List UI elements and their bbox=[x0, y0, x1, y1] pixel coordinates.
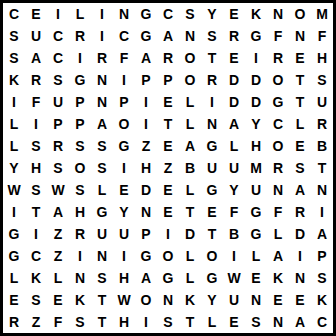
grid-cell[interactable]: T bbox=[25, 201, 47, 223]
grid-cell[interactable]: L bbox=[267, 223, 289, 245]
grid-cell[interactable]: S bbox=[289, 157, 311, 179]
grid-cell[interactable]: N bbox=[157, 289, 179, 311]
grid-cell[interactable]: Z bbox=[47, 223, 69, 245]
grid-cell[interactable]: D bbox=[289, 223, 311, 245]
grid-cell[interactable]: H bbox=[311, 47, 333, 69]
grid-cell[interactable]: S bbox=[311, 69, 333, 91]
grid-cell[interactable]: S bbox=[91, 157, 113, 179]
grid-cell[interactable]: R bbox=[91, 47, 113, 69]
grid-cell[interactable]: S bbox=[25, 289, 47, 311]
grid-cell[interactable]: O bbox=[267, 135, 289, 157]
grid-cell[interactable]: C bbox=[311, 311, 333, 333]
grid-cell[interactable]: S bbox=[311, 267, 333, 289]
grid-cell[interactable]: R bbox=[311, 113, 333, 135]
grid-cell[interactable]: I bbox=[135, 113, 157, 135]
grid-cell[interactable]: A bbox=[223, 113, 245, 135]
grid-cell[interactable]: D bbox=[245, 69, 267, 91]
grid-cell[interactable]: R bbox=[69, 25, 91, 47]
grid-cell[interactable]: L bbox=[47, 267, 69, 289]
grid-cell[interactable]: G bbox=[245, 223, 267, 245]
grid-cell[interactable]: T bbox=[201, 223, 223, 245]
grid-cell[interactable]: M bbox=[245, 157, 267, 179]
grid-cell[interactable]: R bbox=[267, 157, 289, 179]
grid-cell[interactable]: H bbox=[113, 311, 135, 333]
grid-cell[interactable]: W bbox=[47, 179, 69, 201]
grid-cell[interactable]: W bbox=[3, 179, 25, 201]
grid-cell[interactable]: H bbox=[135, 157, 157, 179]
grid-cell[interactable]: G bbox=[267, 91, 289, 113]
grid-cell[interactable]: A bbox=[157, 25, 179, 47]
grid-cell[interactable]: T bbox=[91, 289, 113, 311]
grid-cell[interactable]: R bbox=[289, 201, 311, 223]
grid-cell[interactable]: B bbox=[179, 157, 201, 179]
grid-cell[interactable]: S bbox=[47, 69, 69, 91]
grid-cell[interactable]: C bbox=[157, 3, 179, 25]
grid-cell[interactable]: E bbox=[223, 3, 245, 25]
grid-cell[interactable]: W bbox=[113, 289, 135, 311]
grid-cell[interactable]: A bbox=[135, 267, 157, 289]
grid-cell[interactable]: U bbox=[25, 25, 47, 47]
grid-cell[interactable]: E bbox=[47, 289, 69, 311]
grid-cell[interactable]: G bbox=[201, 179, 223, 201]
grid-cell[interactable]: O bbox=[113, 113, 135, 135]
grid-cell[interactable]: F bbox=[311, 25, 333, 47]
grid-cell[interactable]: N bbox=[267, 3, 289, 25]
grid-cell[interactable]: C bbox=[267, 113, 289, 135]
grid-cell[interactable]: F bbox=[113, 47, 135, 69]
grid-cell[interactable]: D bbox=[245, 91, 267, 113]
grid-cell[interactable]: A bbox=[289, 179, 311, 201]
grid-cell[interactable]: I bbox=[135, 91, 157, 113]
grid-cell[interactable]: T bbox=[91, 311, 113, 333]
grid-cell[interactable]: O bbox=[135, 289, 157, 311]
grid-cell[interactable]: I bbox=[3, 201, 25, 223]
grid-cell[interactable]: I bbox=[113, 69, 135, 91]
grid-cell[interactable]: I bbox=[223, 245, 245, 267]
grid-cell[interactable]: S bbox=[25, 135, 47, 157]
grid-cell[interactable]: O bbox=[179, 47, 201, 69]
grid-cell[interactable]: N bbox=[91, 91, 113, 113]
grid-cell[interactable]: R bbox=[69, 223, 91, 245]
grid-cell[interactable]: G bbox=[245, 25, 267, 47]
grid-cell[interactable]: N bbox=[267, 179, 289, 201]
grid-cell[interactable]: D bbox=[179, 223, 201, 245]
grid-cell[interactable]: A bbox=[289, 311, 311, 333]
grid-cell[interactable]: B bbox=[223, 223, 245, 245]
grid-cell[interactable]: T bbox=[157, 113, 179, 135]
grid-cell[interactable]: I bbox=[289, 245, 311, 267]
grid-cell[interactable]: I bbox=[113, 157, 135, 179]
grid-cell[interactable]: T bbox=[289, 91, 311, 113]
grid-cell[interactable]: E bbox=[223, 47, 245, 69]
grid-cell[interactable]: C bbox=[25, 245, 47, 267]
grid-cell[interactable]: A bbox=[267, 245, 289, 267]
grid-cell[interactable]: W bbox=[223, 267, 245, 289]
grid-cell[interactable]: S bbox=[69, 311, 91, 333]
grid-cell[interactable]: K bbox=[179, 289, 201, 311]
grid-cell[interactable]: U bbox=[223, 289, 245, 311]
grid-cell[interactable]: A bbox=[135, 47, 157, 69]
grid-cell[interactable]: S bbox=[47, 157, 69, 179]
grid-cell[interactable]: S bbox=[69, 179, 91, 201]
grid-cell[interactable]: L bbox=[179, 113, 201, 135]
grid-cell[interactable]: F bbox=[223, 201, 245, 223]
grid-cell[interactable]: G bbox=[245, 201, 267, 223]
grid-cell[interactable]: U bbox=[113, 223, 135, 245]
grid-cell[interactable]: I bbox=[135, 311, 157, 333]
grid-cell[interactable]: O bbox=[69, 157, 91, 179]
grid-cell[interactable]: K bbox=[69, 289, 91, 311]
grid-cell[interactable]: G bbox=[69, 69, 91, 91]
grid-cell[interactable]: N bbox=[69, 267, 91, 289]
grid-cell[interactable]: E bbox=[157, 179, 179, 201]
grid-cell[interactable]: G bbox=[113, 135, 135, 157]
grid-cell[interactable]: C bbox=[47, 25, 69, 47]
grid-cell[interactable]: L bbox=[289, 113, 311, 135]
grid-cell[interactable]: K bbox=[3, 69, 25, 91]
grid-cell[interactable]: S bbox=[3, 25, 25, 47]
grid-cell[interactable]: P bbox=[157, 69, 179, 91]
grid-cell[interactable]: E bbox=[289, 135, 311, 157]
grid-cell[interactable]: Y bbox=[3, 157, 25, 179]
grid-cell[interactable]: N bbox=[179, 25, 201, 47]
grid-cell[interactable]: C bbox=[3, 3, 25, 25]
grid-cell[interactable]: S bbox=[25, 179, 47, 201]
grid-cell[interactable]: N bbox=[289, 267, 311, 289]
grid-cell[interactable]: P bbox=[69, 91, 91, 113]
grid-cell[interactable]: T bbox=[179, 201, 201, 223]
grid-cell[interactable]: Z bbox=[157, 157, 179, 179]
grid-cell[interactable]: P bbox=[311, 245, 333, 267]
grid-cell[interactable]: P bbox=[113, 91, 135, 113]
grid-cell[interactable]: L bbox=[179, 91, 201, 113]
grid-cell[interactable]: S bbox=[201, 25, 223, 47]
grid-cell[interactable]: G bbox=[135, 3, 157, 25]
word-search-board: CEILINGCSYEKNOMSUCRICGANSRGFNFSACIRFAROT… bbox=[0, 0, 336, 336]
grid-cell[interactable]: M bbox=[311, 3, 333, 25]
grid-cell[interactable]: A bbox=[91, 113, 113, 135]
grid-cell[interactable]: I bbox=[91, 3, 113, 25]
grid-cell[interactable]: H bbox=[245, 135, 267, 157]
grid-cell[interactable]: O bbox=[157, 245, 179, 267]
grid-cell[interactable]: L bbox=[3, 113, 25, 135]
grid-cell[interactable]: O bbox=[289, 3, 311, 25]
grid-cell[interactable]: S bbox=[69, 135, 91, 157]
grid-cell[interactable]: E bbox=[157, 135, 179, 157]
grid-cell[interactable]: I bbox=[3, 91, 25, 113]
grid-cell[interactable]: U bbox=[245, 179, 267, 201]
grid-cell[interactable]: I bbox=[69, 245, 91, 267]
grid-cell[interactable]: G bbox=[157, 267, 179, 289]
grid-cell[interactable]: S bbox=[179, 3, 201, 25]
grid-cell[interactable]: N bbox=[267, 311, 289, 333]
grid-cell[interactable]: E bbox=[201, 201, 223, 223]
grid-cell[interactable]: H bbox=[113, 267, 135, 289]
letter-grid: CEILINGCSYEKNOMSUCRICGANSRGFNFSACIRFAROT… bbox=[3, 3, 333, 333]
grid-cell[interactable]: U bbox=[91, 223, 113, 245]
grid-cell[interactable]: S bbox=[91, 135, 113, 157]
grid-cell[interactable]: U bbox=[47, 91, 69, 113]
grid-cell[interactable]: F bbox=[267, 25, 289, 47]
grid-cell[interactable]: R bbox=[267, 47, 289, 69]
grid-cell[interactable]: E bbox=[113, 179, 135, 201]
grid-cell[interactable]: K bbox=[245, 3, 267, 25]
grid-cell[interactable]: I bbox=[69, 47, 91, 69]
grid-cell[interactable]: Y bbox=[113, 201, 135, 223]
grid-cell[interactable]: D bbox=[223, 91, 245, 113]
grid-cell[interactable]: Y bbox=[245, 113, 267, 135]
grid-cell[interactable]: G bbox=[3, 223, 25, 245]
grid-cell[interactable]: I bbox=[47, 3, 69, 25]
grid-cell[interactable]: I bbox=[113, 245, 135, 267]
grid-cell[interactable]: Z bbox=[47, 245, 69, 267]
grid-cell[interactable]: T bbox=[179, 311, 201, 333]
grid-cell[interactable]: L bbox=[223, 135, 245, 157]
grid-cell[interactable]: R bbox=[223, 25, 245, 47]
grid-cell[interactable]: I bbox=[157, 223, 179, 245]
grid-cell[interactable]: Y bbox=[201, 3, 223, 25]
grid-cell[interactable]: C bbox=[113, 25, 135, 47]
grid-cell[interactable]: N bbox=[135, 201, 157, 223]
grid-cell[interactable]: C bbox=[47, 47, 69, 69]
grid-cell[interactable]: I bbox=[311, 201, 333, 223]
grid-cell[interactable]: H bbox=[25, 157, 47, 179]
grid-cell[interactable]: I bbox=[91, 25, 113, 47]
grid-cell[interactable]: A bbox=[47, 201, 69, 223]
grid-cell[interactable]: D bbox=[223, 69, 245, 91]
grid-cell[interactable]: I bbox=[201, 91, 223, 113]
grid-cell[interactable]: A bbox=[179, 135, 201, 157]
grid-cell[interactable]: A bbox=[25, 47, 47, 69]
grid-cell[interactable]: Y bbox=[223, 179, 245, 201]
grid-cell[interactable]: U bbox=[223, 157, 245, 179]
grid-cell[interactable]: E bbox=[267, 289, 289, 311]
grid-cell[interactable]: S bbox=[245, 311, 267, 333]
grid-cell[interactable]: K bbox=[267, 267, 289, 289]
grid-cell[interactable]: S bbox=[91, 267, 113, 289]
grid-cell[interactable]: F bbox=[25, 91, 47, 113]
grid-cell[interactable]: L bbox=[201, 311, 223, 333]
grid-cell[interactable]: L bbox=[91, 179, 113, 201]
grid-cell[interactable]: U bbox=[201, 157, 223, 179]
grid-cell[interactable]: I bbox=[245, 47, 267, 69]
grid-cell[interactable]: G bbox=[135, 245, 157, 267]
grid-cell[interactable]: N bbox=[113, 3, 135, 25]
grid-cell[interactable]: G bbox=[201, 267, 223, 289]
grid-cell[interactable]: L bbox=[3, 267, 25, 289]
grid-cell[interactable]: U bbox=[311, 91, 333, 113]
grid-cell[interactable]: E bbox=[289, 47, 311, 69]
grid-cell[interactable]: E bbox=[25, 3, 47, 25]
grid-cell[interactable]: P bbox=[69, 113, 91, 135]
grid-cell[interactable]: F bbox=[47, 311, 69, 333]
grid-cell[interactable]: E bbox=[3, 289, 25, 311]
grid-cell[interactable]: P bbox=[135, 69, 157, 91]
grid-cell[interactable]: S bbox=[3, 47, 25, 69]
grid-cell[interactable]: G bbox=[201, 135, 223, 157]
grid-cell[interactable]: I bbox=[25, 223, 47, 245]
grid-cell[interactable]: E bbox=[157, 91, 179, 113]
grid-cell[interactable]: Z bbox=[135, 135, 157, 157]
grid-cell[interactable]: T bbox=[289, 69, 311, 91]
grid-cell[interactable]: L bbox=[3, 135, 25, 157]
grid-cell[interactable]: A bbox=[311, 223, 333, 245]
grid-cell[interactable]: I bbox=[25, 113, 47, 135]
grid-cell[interactable]: F bbox=[267, 201, 289, 223]
grid-cell[interactable]: O bbox=[201, 245, 223, 267]
grid-cell[interactable]: D bbox=[135, 179, 157, 201]
grid-cell[interactable]: S bbox=[157, 311, 179, 333]
grid-cell[interactable]: G bbox=[3, 245, 25, 267]
grid-cell[interactable]: N bbox=[311, 179, 333, 201]
grid-cell[interactable]: N bbox=[245, 289, 267, 311]
grid-cell[interactable]: N bbox=[201, 113, 223, 135]
grid-cell[interactable]: N bbox=[91, 69, 113, 91]
grid-cell[interactable]: R bbox=[25, 69, 47, 91]
grid-cell[interactable]: G bbox=[135, 25, 157, 47]
grid-cell[interactable]: P bbox=[47, 113, 69, 135]
grid-cell[interactable]: K bbox=[25, 267, 47, 289]
grid-cell[interactable]: L bbox=[179, 267, 201, 289]
grid-cell[interactable]: H bbox=[69, 201, 91, 223]
grid-cell[interactable]: E bbox=[245, 267, 267, 289]
grid-cell[interactable]: E bbox=[223, 311, 245, 333]
grid-cell[interactable]: B bbox=[311, 135, 333, 157]
grid-cell[interactable]: P bbox=[135, 223, 157, 245]
grid-cell[interactable]: Y bbox=[201, 289, 223, 311]
grid-cell[interactable]: E bbox=[157, 201, 179, 223]
grid-cell[interactable]: E bbox=[289, 289, 311, 311]
grid-cell[interactable]: R bbox=[3, 311, 25, 333]
grid-cell[interactable]: L bbox=[179, 245, 201, 267]
grid-cell[interactable]: N bbox=[91, 245, 113, 267]
grid-cell[interactable]: L bbox=[179, 179, 201, 201]
grid-cell[interactable]: T bbox=[201, 47, 223, 69]
grid-cell[interactable]: R bbox=[201, 69, 223, 91]
grid-cell[interactable]: L bbox=[245, 245, 267, 267]
grid-cell[interactable]: R bbox=[47, 135, 69, 157]
grid-cell[interactable]: G bbox=[91, 201, 113, 223]
grid-cell[interactable]: Z bbox=[25, 311, 47, 333]
grid-cell[interactable]: T bbox=[311, 157, 333, 179]
grid-cell[interactable]: R bbox=[157, 47, 179, 69]
grid-cell[interactable]: K bbox=[311, 289, 333, 311]
grid-cell[interactable]: O bbox=[267, 69, 289, 91]
grid-cell[interactable]: O bbox=[179, 69, 201, 91]
grid-cell[interactable]: L bbox=[69, 3, 91, 25]
grid-cell[interactable]: N bbox=[289, 25, 311, 47]
